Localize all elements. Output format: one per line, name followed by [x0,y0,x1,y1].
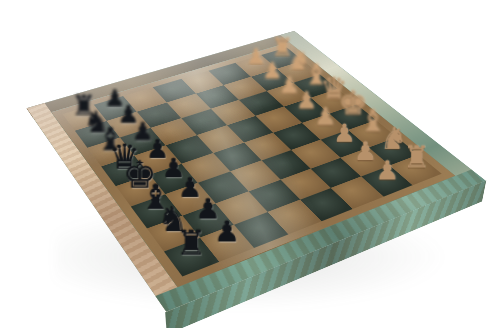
photo-stage: ♜♟♟♜♞♟♟♞♝♟♟♝♛♟♟♛♚♟♟♚♝♟♟♝♞♟♟♞♜♟♟♜ [0,0,500,328]
piece-white-rook[interactable]: ♜ [402,142,429,172]
piece-white-pawn[interactable]: ♟ [354,139,377,165]
piece-black-rook[interactable]: ♜ [176,226,207,260]
piece-white-pawn[interactable]: ♟ [333,121,355,146]
square-h2[interactable]: ♟ [361,166,413,197]
piece-white-pawn[interactable]: ♟ [375,157,399,183]
piece-black-pawn[interactable]: ♟ [214,217,240,246]
square-h5[interactable] [268,200,321,235]
